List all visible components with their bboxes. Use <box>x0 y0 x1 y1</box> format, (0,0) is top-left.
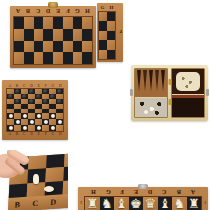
board-square <box>63 41 73 53</box>
board-square <box>73 41 83 53</box>
board-square <box>73 52 83 64</box>
board-square <box>63 52 73 64</box>
coordinate-label: E <box>56 8 60 14</box>
board-square <box>34 52 44 64</box>
board-square <box>43 41 53 53</box>
coordinate-label: F <box>45 132 47 136</box>
board-square: ♛ <box>143 197 158 210</box>
board-square <box>99 50 107 59</box>
coordinate-label: F <box>66 8 70 14</box>
board-square <box>107 40 115 49</box>
hinge-icon <box>168 99 171 105</box>
board-square <box>49 125 56 131</box>
checker-piece-light <box>8 125 14 131</box>
board-square <box>99 12 107 21</box>
board-square: ♞ <box>172 197 187 210</box>
checker-piece-light <box>50 125 56 131</box>
coordinate-label: E <box>38 84 40 88</box>
file-letters-row: ABCDEFGH <box>6 132 64 136</box>
board-square <box>28 125 35 131</box>
board-square <box>14 52 24 64</box>
coordinate-label: B <box>16 132 18 136</box>
coordinate-label: A <box>191 189 195 195</box>
board-square: ♝ <box>158 197 173 210</box>
photo-chess-start-position: HGFEDCBA 12345678 12345678 ♜♞♝♚♛♝♞♜♟♟♟♟♟… <box>78 187 208 210</box>
board-square <box>99 40 107 49</box>
board-square <box>82 29 92 41</box>
board-square <box>24 52 34 64</box>
board-square <box>73 17 83 29</box>
board-square <box>43 17 53 29</box>
board-square <box>53 41 63 53</box>
board-square: ♝ <box>114 197 129 210</box>
backgammon-point <box>155 70 159 91</box>
coordinate-label: B <box>26 8 30 14</box>
board-square <box>53 17 63 29</box>
coordinate-label: H <box>110 5 114 10</box>
coordinate-label: A <box>8 132 11 136</box>
coordinate-label: G <box>101 5 105 10</box>
board-square <box>14 29 24 41</box>
white-chess-piece: ♞ <box>173 197 185 210</box>
coordinate-label: F <box>120 189 124 195</box>
box-left-half <box>134 68 168 118</box>
board-square <box>43 29 53 41</box>
white-chess-piece: ♞ <box>101 197 113 210</box>
board-square: ♜ <box>187 197 202 210</box>
board-square <box>35 125 42 131</box>
board-square <box>107 50 115 59</box>
coordinate-label: D <box>148 189 152 195</box>
board-square <box>14 125 21 131</box>
board-square <box>53 52 63 64</box>
white-pieces-in-bag <box>176 72 200 91</box>
hand <box>0 150 44 190</box>
coordinate-label: G <box>106 189 111 195</box>
coordinate-label: B <box>177 189 181 195</box>
coordinate-label: 1 <box>80 200 82 205</box>
board-square: ♜ <box>85 197 100 210</box>
photo-open-box-interior <box>131 65 208 121</box>
board-square <box>82 52 92 64</box>
checkers-board <box>6 88 64 132</box>
coordinate-label: G <box>52 84 55 88</box>
board-square <box>43 52 53 64</box>
board-square <box>7 125 14 131</box>
board-square <box>63 179 68 194</box>
board-square <box>42 125 49 131</box>
bag-of-mixed-pieces <box>135 98 167 117</box>
coordinate-label: G <box>75 8 80 14</box>
coordinate-label: 1 <box>204 200 206 205</box>
coordinate-label: B <box>16 84 18 88</box>
photo-folded-chess-board: ABCDEFGH <box>10 2 96 68</box>
board-square <box>107 21 115 30</box>
coordinate-label: B <box>14 200 20 209</box>
coordinate-label: E <box>134 189 138 195</box>
rank-numbers-right: 12345678 <box>202 196 208 210</box>
board-square <box>64 153 68 168</box>
coordinate-label: F <box>45 84 47 88</box>
board-square: ♞ <box>100 197 115 210</box>
photo-hand-placing-piece: BCDE <box>0 150 68 210</box>
board-square <box>34 41 44 53</box>
bag-of-white-pieces <box>172 69 204 94</box>
clasp-tab-icon <box>206 89 209 96</box>
bag-of-dark-pieces <box>172 95 204 117</box>
coordinate-label: C <box>23 132 25 136</box>
board-square <box>56 125 63 131</box>
coordinate-label: D <box>30 132 33 136</box>
board-square <box>63 17 73 29</box>
coordinate-label: C <box>162 189 166 195</box>
coordinate-label: D <box>50 197 56 206</box>
backgammon-point <box>161 70 165 91</box>
coordinate-label: C <box>36 8 40 14</box>
checker-piece-light <box>22 125 28 131</box>
board-square <box>53 29 63 41</box>
coordinate-label: H <box>91 189 96 195</box>
board-square <box>34 29 44 41</box>
checker-piece-light <box>36 125 42 131</box>
board-square <box>107 31 115 40</box>
product-photo-collage: ABCDEFGH GH 4 ABCDEFGH ABCDEFGH <box>0 0 210 210</box>
coordinate-label: G <box>52 132 55 136</box>
coordinate-label: A <box>8 84 11 88</box>
board-square <box>82 17 92 29</box>
board-square <box>14 41 24 53</box>
checkerboard-surface <box>98 11 116 60</box>
box-right-half <box>171 68 205 118</box>
board-square <box>73 29 83 41</box>
rank-number-label: 4 <box>120 29 123 34</box>
white-chess-piece: ♛ <box>144 197 156 210</box>
board-square <box>63 29 73 41</box>
board-square <box>99 21 107 30</box>
white-chess-piece: ♜ <box>188 197 200 210</box>
clasp-tab-icon <box>130 89 133 96</box>
white-chess-piece: ♝ <box>115 197 127 210</box>
photo-checkers-start-position: ABCDEFGH ABCDEFGH <box>2 80 68 140</box>
white-chess-piece: ♜ <box>86 197 98 210</box>
coordinate-label: H <box>59 132 62 136</box>
hinge-icon <box>168 79 171 85</box>
board-square <box>34 17 44 29</box>
coordinate-label: E <box>38 132 40 136</box>
coordinate-label: A <box>16 8 20 14</box>
board-square <box>99 31 107 40</box>
coordinate-label: D <box>30 84 33 88</box>
coordinate-label: H <box>59 84 62 88</box>
coordinate-label: D <box>46 8 50 14</box>
board-square <box>46 154 65 169</box>
coordinate-label: C <box>32 198 38 207</box>
board-square <box>107 12 115 21</box>
board-square <box>45 167 64 182</box>
board-square <box>24 41 34 53</box>
coordinate-label: H <box>85 8 90 14</box>
board-square <box>21 125 28 131</box>
file-letters-top-upside-down: HGFEDCBA <box>86 188 200 196</box>
folded-board-front: ABCDEFGH <box>10 6 96 68</box>
board-square <box>24 29 34 41</box>
fallen-white-piece <box>44 186 54 192</box>
backgammon-point <box>143 70 147 91</box>
rank-numbers-left: 12345678 <box>78 196 84 210</box>
board-square: ♚ <box>129 197 144 210</box>
file-letters-row: GH <box>98 4 116 11</box>
backgammon-point <box>137 70 141 91</box>
coordinate-label: C <box>23 84 25 88</box>
backgammon-points <box>135 69 167 97</box>
board-square <box>24 17 34 29</box>
backgammon-point <box>149 70 153 91</box>
checkerboard-surface <box>13 16 93 65</box>
brass-clasp-icon <box>48 2 58 8</box>
held-white-pawn <box>33 174 39 184</box>
chess-board: ♜♞♝♚♛♝♞♜♟♟♟♟♟♟♟♟♟♟♟♟♟♟♟♟♜♞♝♚♛♝♞♜ <box>84 196 202 210</box>
board-square <box>82 41 92 53</box>
board-square <box>63 166 68 181</box>
photo-board-corner: GH 4 <box>97 3 123 62</box>
white-chess-piece: ♝ <box>159 197 171 210</box>
white-chess-piece: ♚ <box>130 197 142 210</box>
board-square <box>14 17 24 29</box>
